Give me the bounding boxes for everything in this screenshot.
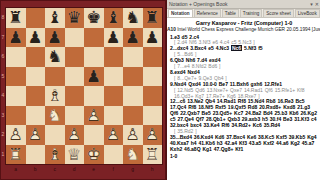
rank-label-3: 3 xyxy=(0,106,6,126)
pane-title: Notation + Openings Book xyxy=(169,1,308,7)
square-e5[interactable]: ♟ xyxy=(84,67,104,87)
move-text[interactable]: 35...Bxd4 36.Kxd4 Kd6 37.Bxc4 Ke6 38.Kc5… xyxy=(170,134,317,152)
game-result: 1-0 xyxy=(170,154,318,160)
square-e7[interactable] xyxy=(84,28,104,48)
current-move-highlight[interactable]: Nc6 xyxy=(231,45,242,51)
square-a5[interactable] xyxy=(6,67,26,87)
square-g4[interactable] xyxy=(123,86,143,106)
square-g7[interactable]: ♟ xyxy=(123,28,143,48)
white-pawn-g2[interactable]: ♙ xyxy=(123,125,143,145)
game-details: A10 Intel World Chess Express Challenge … xyxy=(167,27,320,33)
event-info: Intel World Chess Express Challenge Muni… xyxy=(177,27,320,32)
mainline-moves[interactable]: Qf6 22.Qxb7 Be5 23.Qd5+ Kc7 24.Ba2 Bd4 2… xyxy=(170,111,318,129)
square-g8[interactable]: ♞ xyxy=(123,8,143,28)
white-bishop-c4[interactable]: ♗ xyxy=(45,86,65,106)
rank-label-1: 1 xyxy=(0,145,6,165)
file-label-d: d xyxy=(65,165,85,173)
square-a2[interactable]: ♟♙ xyxy=(6,125,26,145)
white-queen-d1[interactable]: ♕ xyxy=(65,145,85,165)
square-h4[interactable] xyxy=(143,86,163,106)
rank-label-4: 4 xyxy=(0,86,6,106)
tab-livebook[interactable]: LiveBook xyxy=(295,9,320,17)
black-pawn-c7[interactable]: ♟ xyxy=(45,28,65,48)
square-b2[interactable]: ♟♙ xyxy=(26,125,46,145)
black-pawn-e5[interactable]: ♟ xyxy=(84,67,104,87)
black-queen-d8[interactable]: ♛ xyxy=(65,8,85,28)
square-b4[interactable] xyxy=(26,86,46,106)
move-list: 1.e3 d5 2.c4[ 2.d4 Nf6 3.Nf3 e6 4.c4 c5 … xyxy=(167,33,320,160)
square-h7[interactable]: ♟ xyxy=(143,28,163,48)
square-a7[interactable]: ♟ xyxy=(6,28,26,48)
square-d1[interactable]: ♛♕ xyxy=(65,145,85,165)
white-pawn-h2[interactable]: ♙ xyxy=(143,125,163,145)
eco-code: A10 xyxy=(167,27,176,32)
white-bishop-c1[interactable]: ♗ xyxy=(45,145,65,165)
black-knight-c6[interactable]: ♞ xyxy=(45,47,65,67)
square-b1[interactable] xyxy=(26,145,46,165)
move-text[interactable]: Qf6 22.Qxb7 Be5 23.Qd5+ Kc7 24.Ba2 Bd4 2… xyxy=(170,110,317,128)
file-label-e: e xyxy=(84,165,104,173)
pane-close-icon[interactable]: ✕ xyxy=(315,1,319,7)
rank-label-8: 8 xyxy=(0,8,6,28)
file-label-h: h xyxy=(143,165,163,173)
square-d7[interactable] xyxy=(65,28,85,48)
black-bishop-f8[interactable]: ♝ xyxy=(104,8,124,28)
tab-bar: NotationReferenceTableTrainingScore shee… xyxy=(167,9,320,18)
black-pawn-g7[interactable]: ♟ xyxy=(123,28,143,48)
rank-label-5: 5 xyxy=(0,67,6,87)
square-c7[interactable]: ♟ xyxy=(45,28,65,48)
square-h8[interactable]: ♜ xyxy=(143,8,163,28)
square-d4[interactable] xyxy=(65,86,85,106)
white-knight-c3[interactable]: ♘ xyxy=(45,106,65,126)
notation-panel: Notation + Openings Book ▾ ✕ NotationRef… xyxy=(166,0,320,180)
black-pawn-f7[interactable]: ♟ xyxy=(104,28,124,48)
chess-board[interactable]: ♜♝♛♚♝♞♜♟♟♟♟♟♟♞♟♝♗♞♘♟♙♟♙♟♙♟♙♟♙♟♙♟♙♜♖♝♗♛♕♚… xyxy=(6,8,162,164)
square-d6[interactable] xyxy=(65,47,85,67)
pane-minimize-icon[interactable]: ▾ xyxy=(310,1,313,7)
white-pawn-d2[interactable]: ♙ xyxy=(65,125,85,145)
square-f2[interactable]: ♟♙ xyxy=(104,125,124,145)
square-e1[interactable]: ♚♔ xyxy=(84,145,104,165)
square-b6[interactable] xyxy=(26,47,46,67)
square-e4[interactable] xyxy=(84,86,104,106)
white-king-e1[interactable]: ♔ xyxy=(84,145,104,165)
square-f1[interactable] xyxy=(104,145,124,165)
square-c6[interactable]: ♞ xyxy=(45,47,65,67)
rank-label-6: 6 xyxy=(0,47,6,67)
square-h6[interactable] xyxy=(143,47,163,67)
square-c2[interactable] xyxy=(45,125,65,145)
black-knight-g8[interactable]: ♞ xyxy=(123,8,143,28)
white-pawn-e3[interactable]: ♙ xyxy=(84,106,104,126)
mainline-moves[interactable]: 35...Bxd4 36.Kxd4 Kd6 37.Bxc4 Ke6 38.Kc5… xyxy=(170,135,318,153)
square-e2[interactable] xyxy=(84,125,104,145)
square-c1[interactable]: ♝♗ xyxy=(45,145,65,165)
tab-table[interactable]: Table xyxy=(222,9,239,17)
square-h3[interactable] xyxy=(143,106,163,126)
file-label-g: g xyxy=(123,165,143,173)
white-pawn-b2[interactable]: ♙ xyxy=(26,125,46,145)
black-rook-a8[interactable]: ♜ xyxy=(6,8,26,28)
square-c5[interactable] xyxy=(45,67,65,87)
white-rook-h1[interactable]: ♖ xyxy=(143,145,163,165)
tab-notation[interactable]: Notation xyxy=(168,9,193,17)
square-h1[interactable]: ♜♖ xyxy=(143,145,163,165)
file-label-f: f xyxy=(104,165,124,173)
white-rook-a1[interactable]: ♖ xyxy=(6,145,26,165)
white-pawn-a2[interactable]: ♙ xyxy=(6,125,26,145)
move-text[interactable]: [ 12.Nd5 Qd6 13.Nxe7+ Qxe7 14.Rad1 Qf6 1… xyxy=(174,87,304,99)
black-rook-h8[interactable]: ♜ xyxy=(143,8,163,28)
square-f3[interactable] xyxy=(104,106,124,126)
square-a4[interactable] xyxy=(6,86,26,106)
square-f7[interactable]: ♟ xyxy=(104,28,124,48)
file-label-a: a xyxy=(6,165,26,173)
square-g6[interactable] xyxy=(123,47,143,67)
square-d2[interactable]: ♟♙ xyxy=(65,125,85,145)
pane-titlebar: Notation + Openings Book ▾ ✕ xyxy=(167,0,320,9)
tab-score-sheet[interactable]: Score sheet xyxy=(263,9,294,17)
square-h5[interactable] xyxy=(143,67,163,87)
square-c4[interactable]: ♝♗ xyxy=(45,86,65,106)
rank-label-7: 7 xyxy=(0,28,6,48)
square-a8[interactable]: ♜ xyxy=(6,8,26,28)
square-f4[interactable] xyxy=(104,86,124,106)
square-g2[interactable]: ♟♙ xyxy=(123,125,143,145)
square-b8[interactable] xyxy=(26,8,46,28)
square-b5[interactable] xyxy=(26,67,46,87)
file-label-c: c xyxy=(45,165,65,173)
square-f6[interactable] xyxy=(104,47,124,67)
black-pawn-h7[interactable]: ♟ xyxy=(143,28,163,48)
square-e3[interactable]: ♟♙ xyxy=(84,106,104,126)
square-a3[interactable] xyxy=(6,106,26,126)
square-d8[interactable]: ♛ xyxy=(65,8,85,28)
square-a6[interactable] xyxy=(6,47,26,67)
black-pawn-b7[interactable]: ♟ xyxy=(26,28,46,48)
move-text[interactable]: 5.Nf3 f5 xyxy=(242,45,262,51)
board-window: ♜♝♛♚♝♞♜♟♟♟♟♟♟♞♟♝♗♞♘♟♙♟♙♟♙♟♙♟♙♟♙♟♙♜♖♝♗♛♕♚… xyxy=(0,0,166,180)
move-text[interactable]: 12...c6 13.Ne2 Qb4 14.Rad1 Rf8 15.Nd4 Rb… xyxy=(170,98,310,110)
white-pawn-f2[interactable]: ♙ xyxy=(104,125,124,145)
rank-label-2: 2 xyxy=(0,125,6,145)
square-f8[interactable]: ♝ xyxy=(104,8,124,28)
square-e8[interactable]: ♚ xyxy=(84,8,104,28)
square-b3[interactable] xyxy=(26,106,46,126)
square-d3[interactable] xyxy=(65,106,85,126)
square-e6[interactable] xyxy=(84,47,104,67)
black-pawn-a7[interactable]: ♟ xyxy=(6,28,26,48)
black-king-e8[interactable]: ♚ xyxy=(84,8,104,28)
tab-reference[interactable]: Reference xyxy=(194,9,221,17)
file-label-b: b xyxy=(26,165,46,173)
square-g3[interactable] xyxy=(123,106,143,126)
black-bishop-c8[interactable]: ♝ xyxy=(45,8,65,28)
square-c8[interactable]: ♝ xyxy=(45,8,65,28)
square-g1[interactable]: ♞♘ xyxy=(123,145,143,165)
square-a1[interactable]: ♜♖ xyxy=(6,145,26,165)
square-d5[interactable] xyxy=(65,67,85,87)
square-h2[interactable]: ♟♙ xyxy=(143,125,163,145)
square-c3[interactable]: ♞♘ xyxy=(45,106,65,126)
tab-training[interactable]: Training xyxy=(240,9,262,17)
white-knight-g1[interactable]: ♘ xyxy=(123,145,143,165)
square-g5[interactable] xyxy=(123,67,143,87)
square-b7[interactable]: ♟ xyxy=(26,28,46,48)
square-f5[interactable] xyxy=(104,67,124,87)
